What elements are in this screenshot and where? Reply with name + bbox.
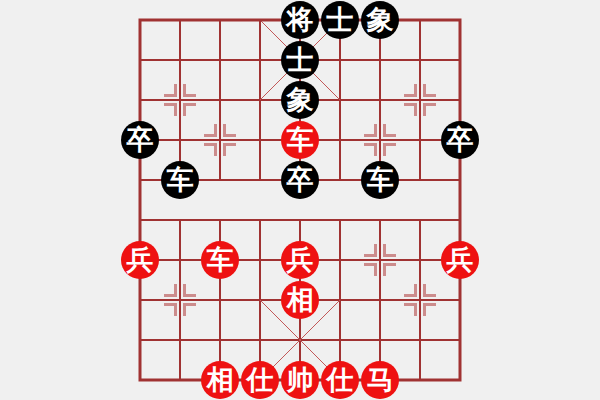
position-marker bbox=[364, 124, 396, 156]
red-pawn[interactable]: 兵 bbox=[441, 241, 479, 279]
black-chariot[interactable]: 车 bbox=[161, 161, 199, 199]
black-chariot[interactable]: 车 bbox=[361, 161, 399, 199]
black-elephant[interactable]: 象 bbox=[281, 81, 319, 119]
red-chariot[interactable]: 车 bbox=[281, 121, 319, 159]
xiangqi-board[interactable]: 将士象士象卒车卒车卒车兵车兵兵相相仕帅仕马 bbox=[140, 20, 460, 380]
position-marker bbox=[364, 244, 396, 276]
red-chariot[interactable]: 车 bbox=[201, 241, 239, 279]
red-advisor[interactable]: 仕 bbox=[321, 361, 359, 399]
black-advisor[interactable]: 士 bbox=[281, 41, 319, 79]
position-marker bbox=[204, 124, 236, 156]
red-advisor[interactable]: 仕 bbox=[241, 361, 279, 399]
position-marker bbox=[404, 284, 436, 316]
black-advisor[interactable]: 士 bbox=[321, 1, 359, 39]
red-pawn[interactable]: 兵 bbox=[281, 241, 319, 279]
red-elephant[interactable]: 相 bbox=[201, 361, 239, 399]
red-elephant[interactable]: 相 bbox=[281, 281, 319, 319]
black-general[interactable]: 将 bbox=[281, 1, 319, 39]
position-marker bbox=[164, 84, 196, 116]
position-marker bbox=[404, 84, 436, 116]
xiangqi-app: 将士象士象卒车卒车卒车兵车兵兵相相仕帅仕马 bbox=[0, 0, 600, 400]
position-marker bbox=[164, 284, 196, 316]
red-horse[interactable]: 马 bbox=[361, 361, 399, 399]
black-pawn[interactable]: 卒 bbox=[441, 121, 479, 159]
red-pawn[interactable]: 兵 bbox=[121, 241, 159, 279]
red-general[interactable]: 帅 bbox=[281, 361, 319, 399]
black-elephant[interactable]: 象 bbox=[361, 1, 399, 39]
black-pawn[interactable]: 卒 bbox=[281, 161, 319, 199]
black-pawn[interactable]: 卒 bbox=[121, 121, 159, 159]
